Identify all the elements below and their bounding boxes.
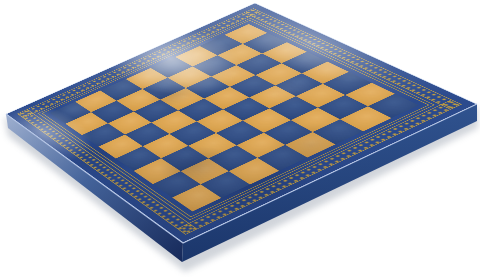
product-photo xyxy=(0,0,480,277)
